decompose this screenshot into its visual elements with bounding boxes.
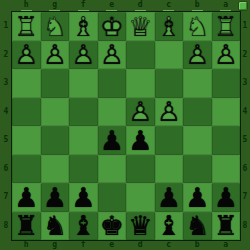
black-knight[interactable]: ♞ — [183, 212, 212, 241]
square-b7[interactable]: ♟ — [183, 183, 212, 212]
white-rook[interactable]: ♜♖ — [12, 12, 41, 41]
square-e3[interactable] — [98, 69, 127, 98]
black-piece-glyph: ♟ — [155, 183, 184, 212]
square-a6[interactable] — [212, 155, 241, 184]
white-piece-outline: ♕ — [126, 12, 155, 41]
square-f5[interactable] — [69, 126, 98, 155]
white-pawn[interactable]: ♟♙ — [41, 41, 70, 70]
square-h1[interactable]: ♜♖ — [12, 12, 41, 41]
white-piece-outline: ♘ — [41, 12, 70, 41]
black-piece-glyph: ♟ — [98, 126, 127, 155]
square-h4[interactable] — [12, 98, 41, 127]
file-label: b — [183, 240, 212, 250]
file-label: d — [126, 240, 155, 250]
rank-label: 3 — [240, 69, 250, 98]
chess-app-frame: h g f e d c b a h g f e d c b a 1 2 3 4 … — [0, 0, 250, 250]
square-g8[interactable]: ♞ — [41, 212, 70, 241]
square-b4[interactable] — [183, 98, 212, 127]
square-e8[interactable]: ♚ — [98, 212, 127, 241]
square-e1[interactable]: ♚♔ — [98, 12, 127, 41]
black-bishop[interactable]: ♝ — [69, 212, 98, 241]
black-pawn[interactable]: ♟ — [69, 183, 98, 212]
rank-label: 2 — [0, 41, 12, 70]
white-bishop[interactable]: ♝♗ — [69, 12, 98, 41]
black-pawn[interactable]: ♟ — [155, 183, 184, 212]
square-a3[interactable] — [212, 69, 241, 98]
white-pawn[interactable]: ♟♙ — [12, 41, 41, 70]
white-piece-outline: ♙ — [12, 41, 41, 70]
black-pawn[interactable]: ♟ — [212, 183, 241, 212]
file-label: c — [155, 240, 184, 250]
rank-label: 4 — [0, 98, 12, 127]
white-pawn[interactable]: ♟♙ — [126, 98, 155, 127]
white-pawn[interactable]: ♟♙ — [212, 41, 241, 70]
rank-label: 1 — [0, 12, 12, 41]
square-a4[interactable] — [212, 98, 241, 127]
black-piece-glyph: ♟ — [212, 183, 241, 212]
white-pawn[interactable]: ♟♙ — [98, 41, 127, 70]
white-pawn[interactable]: ♟♙ — [69, 41, 98, 70]
white-knight[interactable]: ♞♘ — [183, 12, 212, 41]
black-rook[interactable]: ♜ — [12, 212, 41, 241]
black-piece-glyph: ♜ — [12, 212, 41, 241]
white-knight[interactable]: ♞♘ — [41, 12, 70, 41]
white-queen[interactable]: ♛♕ — [126, 12, 155, 41]
white-bishop[interactable]: ♝♗ — [155, 12, 184, 41]
square-g3[interactable] — [41, 69, 70, 98]
white-piece-outline: ♘ — [183, 12, 212, 41]
white-piece-outline: ♙ — [183, 41, 212, 70]
white-pawn[interactable]: ♟♙ — [183, 41, 212, 70]
white-piece-outline: ♖ — [212, 12, 241, 41]
rank-label: 5 — [0, 126, 12, 155]
square-g7[interactable]: ♟ — [41, 183, 70, 212]
square-f4[interactable] — [69, 98, 98, 127]
square-g6[interactable] — [41, 155, 70, 184]
chess-board: ♜♖♞♘♝♗♚♔♛♕♝♗♞♘♜♖♟♙♟♙♟♙♟♙♟♙♟♙♟♙♟♙♟♟♟♟♟♟♟♟… — [12, 12, 240, 240]
black-pawn[interactable]: ♟ — [41, 183, 70, 212]
square-g2[interactable]: ♟♙ — [41, 41, 70, 70]
square-b8[interactable]: ♞ — [183, 212, 212, 241]
square-c8[interactable]: ♝ — [155, 212, 184, 241]
square-e5[interactable]: ♟ — [98, 126, 127, 155]
file-label: a — [212, 240, 241, 250]
square-c7[interactable]: ♟ — [155, 183, 184, 212]
white-piece-outline: ♙ — [212, 41, 241, 70]
black-piece-glyph: ♝ — [69, 212, 98, 241]
black-piece-glyph: ♞ — [41, 212, 70, 241]
square-f8[interactable]: ♝ — [69, 212, 98, 241]
square-c6[interactable] — [155, 155, 184, 184]
rank-labels-right: 1 2 3 4 5 6 7 8 — [240, 12, 250, 240]
white-rook[interactable]: ♜♖ — [212, 12, 241, 41]
rank-label: 8 — [240, 212, 250, 241]
white-piece-outline: ♖ — [12, 12, 41, 41]
square-d8[interactable]: ♛ — [126, 212, 155, 241]
black-pawn[interactable]: ♟ — [98, 126, 127, 155]
square-a7[interactable]: ♟ — [212, 183, 241, 212]
square-e6[interactable] — [98, 155, 127, 184]
rank-label: 4 — [240, 98, 250, 127]
square-b1[interactable]: ♞♘ — [183, 12, 212, 41]
square-g4[interactable] — [41, 98, 70, 127]
file-label: g — [41, 240, 70, 250]
square-c1[interactable]: ♝♗ — [155, 12, 184, 41]
square-c5[interactable] — [155, 126, 184, 155]
white-piece-outline: ♙ — [69, 41, 98, 70]
square-a8[interactable]: ♜ — [212, 212, 241, 241]
square-c4[interactable]: ♟♙ — [155, 98, 184, 127]
square-d2[interactable] — [126, 41, 155, 70]
square-f7[interactable]: ♟ — [69, 183, 98, 212]
square-d5[interactable]: ♟ — [126, 126, 155, 155]
black-king[interactable]: ♚ — [98, 212, 127, 241]
black-piece-glyph: ♚ — [98, 212, 127, 241]
square-a5[interactable] — [212, 126, 241, 155]
rank-label: 2 — [240, 41, 250, 70]
square-f6[interactable] — [69, 155, 98, 184]
square-h2[interactable]: ♟♙ — [12, 41, 41, 70]
square-e4[interactable] — [98, 98, 127, 127]
square-g5[interactable] — [41, 126, 70, 155]
square-h5[interactable] — [12, 126, 41, 155]
square-e2[interactable]: ♟♙ — [98, 41, 127, 70]
square-b6[interactable] — [183, 155, 212, 184]
square-h6[interactable] — [12, 155, 41, 184]
black-piece-glyph: ♜ — [212, 212, 241, 241]
white-piece-outline: ♙ — [41, 41, 70, 70]
black-knight[interactable]: ♞ — [41, 212, 70, 241]
file-label: h — [12, 240, 41, 250]
rank-label: 7 — [0, 183, 12, 212]
square-d1[interactable]: ♛♕ — [126, 12, 155, 41]
black-piece-glyph: ♛ — [126, 212, 155, 241]
square-d3[interactable] — [126, 69, 155, 98]
black-piece-glyph: ♟ — [41, 183, 70, 212]
rank-label: 6 — [0, 155, 12, 184]
white-piece-outline: ♗ — [155, 12, 184, 41]
rank-label: 7 — [240, 183, 250, 212]
white-pawn[interactable]: ♟♙ — [155, 98, 184, 127]
black-bishop[interactable]: ♝ — [155, 212, 184, 241]
rank-label: 6 — [240, 155, 250, 184]
file-label: e — [98, 240, 127, 250]
rank-label: 3 — [0, 69, 12, 98]
square-d4[interactable]: ♟♙ — [126, 98, 155, 127]
black-pawn[interactable]: ♟ — [126, 126, 155, 155]
black-piece-glyph: ♟ — [126, 126, 155, 155]
black-piece-glyph: ♟ — [12, 183, 41, 212]
square-d7[interactable] — [126, 183, 155, 212]
black-piece-glyph: ♝ — [155, 212, 184, 241]
black-queen[interactable]: ♛ — [126, 212, 155, 241]
square-g1[interactable]: ♞♘ — [41, 12, 70, 41]
rank-labels-left: 1 2 3 4 5 6 7 8 — [0, 12, 12, 240]
square-f2[interactable]: ♟♙ — [69, 41, 98, 70]
square-f3[interactable] — [69, 69, 98, 98]
square-b5[interactable] — [183, 126, 212, 155]
black-rook[interactable]: ♜ — [212, 212, 241, 241]
file-label: f — [69, 240, 98, 250]
black-pawn[interactable]: ♟ — [12, 183, 41, 212]
white-piece-outline: ♗ — [69, 12, 98, 41]
square-h8[interactable]: ♜ — [12, 212, 41, 241]
rank-label: 8 — [0, 212, 12, 241]
rank-label: 1 — [240, 12, 250, 41]
rank-label: 5 — [240, 126, 250, 155]
square-h3[interactable] — [12, 69, 41, 98]
white-piece-outline: ♙ — [155, 98, 184, 127]
file-labels-bottom: h g f e d c b a — [12, 240, 240, 250]
black-piece-glyph: ♞ — [183, 212, 212, 241]
square-b2[interactable]: ♟♙ — [183, 41, 212, 70]
square-h7[interactable]: ♟ — [12, 183, 41, 212]
white-piece-outline: ♙ — [98, 41, 127, 70]
square-b3[interactable] — [183, 69, 212, 98]
black-piece-glyph: ♟ — [69, 183, 98, 212]
square-e7[interactable] — [98, 183, 127, 212]
white-piece-outline: ♔ — [98, 12, 127, 41]
white-king[interactable]: ♚♔ — [98, 12, 127, 41]
square-c2[interactable] — [155, 41, 184, 70]
black-piece-glyph: ♟ — [183, 183, 212, 212]
square-c3[interactable] — [155, 69, 184, 98]
square-d6[interactable] — [126, 155, 155, 184]
square-a2[interactable]: ♟♙ — [212, 41, 241, 70]
square-f1[interactable]: ♝♗ — [69, 12, 98, 41]
square-a1[interactable]: ♜♖ — [212, 12, 241, 41]
white-piece-outline: ♙ — [126, 98, 155, 127]
black-pawn[interactable]: ♟ — [183, 183, 212, 212]
